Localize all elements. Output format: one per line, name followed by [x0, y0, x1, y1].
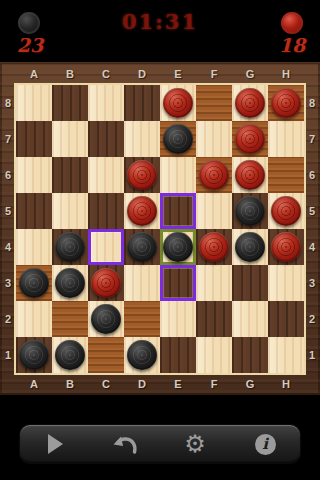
rank-label: 4 — [304, 229, 320, 265]
file-label: D — [124, 62, 160, 85]
square-c3[interactable] — [88, 265, 124, 301]
piece-red-g8[interactable] — [235, 88, 265, 118]
square-c4[interactable] — [88, 229, 124, 265]
rank-label: 1 — [304, 337, 320, 373]
piece-red-f4[interactable] — [199, 232, 229, 262]
square-g4[interactable] — [232, 229, 268, 265]
checkers-app-screen: 23 01:31 18 ABCDEFGH ABCDEFGH 87654321 8… — [0, 0, 320, 480]
file-label: E — [160, 373, 196, 395]
rank-label: 7 — [0, 121, 16, 157]
rank-label: 3 — [304, 265, 320, 301]
game-timer: 01:31 — [0, 9, 320, 34]
rank-labels-left: 87654321 — [0, 85, 16, 373]
rank-label: 7 — [304, 121, 320, 157]
file-labels-bottom: ABCDEFGH — [16, 373, 304, 395]
file-label: A — [16, 62, 52, 85]
square-a7[interactable] — [16, 121, 52, 157]
score-bar: 23 01:31 18 — [0, 0, 320, 62]
play-icon — [48, 434, 63, 454]
square-g6[interactable] — [232, 157, 268, 193]
rank-label: 5 — [0, 193, 16, 229]
square-f4[interactable] — [196, 229, 232, 265]
square-h8[interactable] — [268, 85, 304, 121]
rank-label: 3 — [0, 265, 16, 301]
square-c2[interactable] — [88, 301, 124, 337]
piece-black-e4[interactable] — [163, 232, 193, 262]
rank-label: 8 — [304, 85, 320, 121]
square-h5[interactable] — [268, 193, 304, 229]
piece-black-c2[interactable] — [91, 304, 121, 334]
square-b2[interactable] — [52, 301, 88, 337]
square-h3[interactable] — [268, 265, 304, 301]
square-f5[interactable] — [196, 193, 232, 229]
square-h1[interactable] — [268, 337, 304, 373]
square-d6[interactable] — [124, 157, 160, 193]
gear-icon: ⚙ — [184, 432, 206, 456]
info-icon: i — [255, 434, 276, 455]
square-f6[interactable] — [196, 157, 232, 193]
file-label: A — [16, 373, 52, 395]
piece-black-b3[interactable] — [55, 268, 85, 298]
bottom-toolbar: ⚙ i — [20, 425, 300, 463]
file-label: D — [124, 373, 160, 395]
square-h2[interactable] — [268, 301, 304, 337]
square-b5[interactable] — [52, 193, 88, 229]
square-d2[interactable] — [124, 301, 160, 337]
file-label: F — [196, 373, 232, 395]
rank-label: 8 — [0, 85, 16, 121]
rank-label: 1 — [0, 337, 16, 373]
square-b4[interactable] — [52, 229, 88, 265]
file-label: H — [268, 62, 304, 85]
rank-label: 2 — [304, 301, 320, 337]
piece-black-a3[interactable] — [19, 268, 49, 298]
square-d4[interactable] — [124, 229, 160, 265]
square-d5[interactable] — [124, 193, 160, 229]
red-player-disc-icon — [281, 12, 303, 34]
undo-icon — [112, 434, 139, 455]
file-label: C — [88, 373, 124, 395]
square-e7[interactable] — [160, 121, 196, 157]
board-frame: ABCDEFGH ABCDEFGH 87654321 87654321 — [0, 62, 320, 395]
square-d8[interactable] — [124, 85, 160, 121]
red-player-count: 18 — [274, 34, 310, 56]
square-g8[interactable] — [232, 85, 268, 121]
square-d7[interactable] — [124, 121, 160, 157]
square-f1[interactable] — [196, 337, 232, 373]
square-a4[interactable] — [16, 229, 52, 265]
piece-red-h8[interactable] — [271, 88, 301, 118]
square-c1[interactable] — [88, 337, 124, 373]
square-c8[interactable] — [88, 85, 124, 121]
square-g5[interactable] — [232, 193, 268, 229]
info-button[interactable]: i — [230, 425, 300, 463]
piece-red-g7[interactable] — [235, 124, 265, 154]
settings-button[interactable]: ⚙ — [160, 425, 230, 463]
square-h7[interactable] — [268, 121, 304, 157]
square-a1[interactable] — [16, 337, 52, 373]
square-e2[interactable] — [160, 301, 196, 337]
square-c7[interactable] — [88, 121, 124, 157]
file-label: E — [160, 62, 196, 85]
rank-labels-right: 87654321 — [304, 85, 320, 373]
file-label: G — [232, 62, 268, 85]
square-a3[interactable] — [16, 265, 52, 301]
square-e5[interactable] — [160, 193, 196, 229]
square-e3[interactable] — [160, 265, 196, 301]
square-a2[interactable] — [16, 301, 52, 337]
rank-label: 5 — [304, 193, 320, 229]
rank-label: 6 — [304, 157, 320, 193]
piece-red-d6[interactable] — [127, 160, 157, 190]
square-h4[interactable] — [268, 229, 304, 265]
piece-black-e7[interactable] — [163, 124, 193, 154]
square-e4[interactable] — [160, 229, 196, 265]
piece-red-g6[interactable] — [235, 160, 265, 190]
piece-black-a1[interactable] — [19, 340, 49, 370]
square-d3[interactable] — [124, 265, 160, 301]
piece-red-e8[interactable] — [163, 88, 193, 118]
square-c5[interactable] — [88, 193, 124, 229]
square-h6[interactable] — [268, 157, 304, 193]
piece-red-c3[interactable] — [91, 268, 121, 298]
piece-black-b4[interactable] — [55, 232, 85, 262]
file-label: B — [52, 62, 88, 85]
square-a8[interactable] — [16, 85, 52, 121]
square-g7[interactable] — [232, 121, 268, 157]
rank-label: 6 — [0, 157, 16, 193]
piece-red-d5[interactable] — [127, 196, 157, 226]
play-button[interactable] — [20, 425, 90, 463]
file-label: G — [232, 373, 268, 395]
square-f7[interactable] — [196, 121, 232, 157]
piece-black-b1[interactable] — [55, 340, 85, 370]
square-b6[interactable] — [52, 157, 88, 193]
square-f3[interactable] — [196, 265, 232, 301]
square-f8[interactable] — [196, 85, 232, 121]
square-g2[interactable] — [232, 301, 268, 337]
square-a5[interactable] — [16, 193, 52, 229]
square-b7[interactable] — [52, 121, 88, 157]
piece-red-h4[interactable] — [271, 232, 301, 262]
rank-label: 2 — [0, 301, 16, 337]
square-e8[interactable] — [160, 85, 196, 121]
board-squares — [16, 85, 304, 373]
piece-black-g4[interactable] — [235, 232, 265, 262]
square-d1[interactable] — [124, 337, 160, 373]
rank-label: 4 — [0, 229, 16, 265]
piece-black-g5[interactable] — [235, 196, 265, 226]
square-g1[interactable] — [232, 337, 268, 373]
file-label: F — [196, 62, 232, 85]
square-b8[interactable] — [52, 85, 88, 121]
file-label: C — [88, 62, 124, 85]
black-player-count: 23 — [12, 34, 48, 56]
file-label: B — [52, 373, 88, 395]
square-e1[interactable] — [160, 337, 196, 373]
square-f2[interactable] — [196, 301, 232, 337]
piece-red-f6[interactable] — [199, 160, 229, 190]
file-labels-top: ABCDEFGH — [16, 62, 304, 85]
square-a6[interactable] — [16, 157, 52, 193]
file-label: H — [268, 373, 304, 395]
piece-red-h5[interactable] — [271, 196, 301, 226]
square-b1[interactable] — [52, 337, 88, 373]
undo-button[interactable] — [90, 425, 160, 463]
square-b3[interactable] — [52, 265, 88, 301]
square-e6[interactable] — [160, 157, 196, 193]
piece-black-d1[interactable] — [127, 340, 157, 370]
piece-black-d4[interactable] — [127, 232, 157, 262]
square-g3[interactable] — [232, 265, 268, 301]
square-c6[interactable] — [88, 157, 124, 193]
